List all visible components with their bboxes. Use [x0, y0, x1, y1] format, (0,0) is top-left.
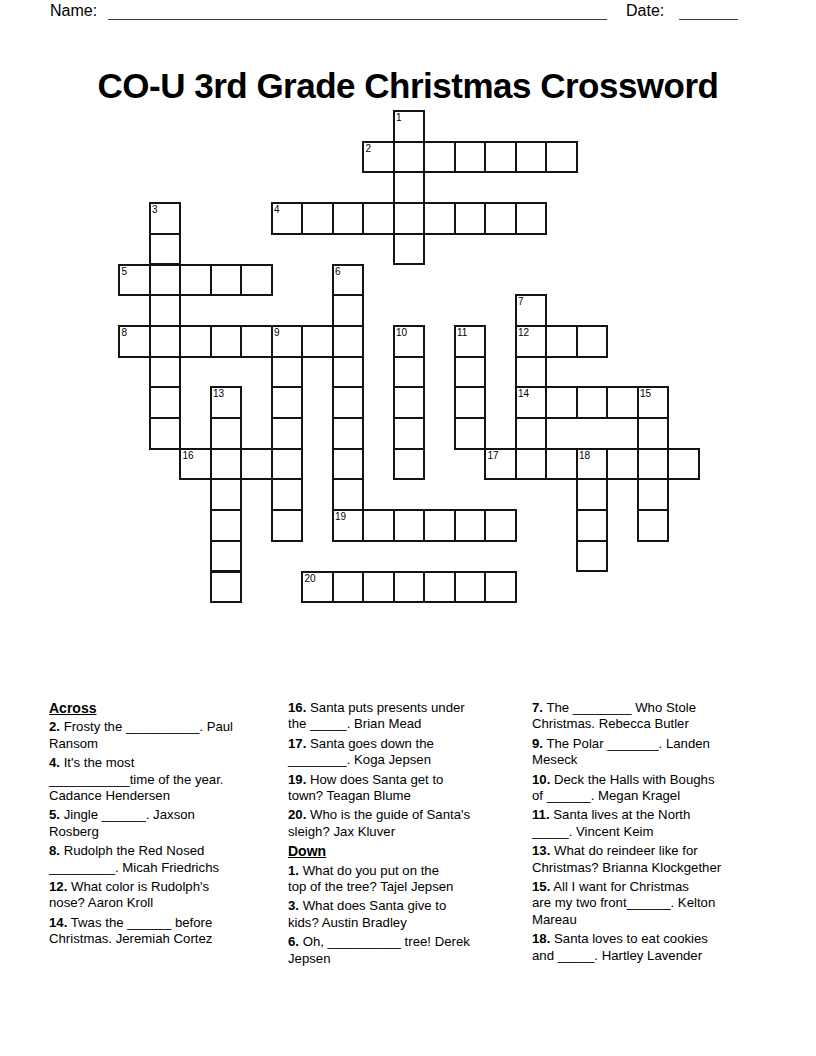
grid-cell-r3-c7[interactable]	[332, 202, 365, 235]
grid-cell-r10-c13[interactable]	[515, 417, 548, 450]
grid-cell-r13-c7[interactable]: 19	[332, 509, 365, 542]
grid-cell-r10-c1[interactable]	[149, 417, 182, 450]
grid-cell-r8-c5[interactable]	[271, 356, 304, 389]
grid-cell-r7-c6[interactable]	[301, 325, 334, 358]
grid-cell-r1-c8[interactable]: 2	[362, 141, 395, 174]
grid-cell-r8-c13[interactable]	[515, 356, 548, 389]
clue-9-down: 9. The Polar _______. Landen Meseck	[532, 736, 770, 769]
grid-cell-r3-c1[interactable]: 3	[149, 202, 182, 235]
grid-cell-r9-c13[interactable]: 14	[515, 386, 548, 419]
grid-cell-r15-c6[interactable]: 20	[301, 571, 334, 604]
clue-number-12: 12	[518, 327, 529, 338]
clue-7-down: 7. The ________ Who Stole Christmas. Reb…	[532, 700, 770, 733]
grid-cell-r7-c13[interactable]: 12	[515, 325, 548, 358]
grid-cell-r13-c8[interactable]	[362, 509, 395, 542]
grid-cell-r14-c15[interactable]	[576, 540, 609, 573]
date-input-line[interactable]	[679, 2, 738, 20]
clue-5-across: 5. Jingle ______. Jaxson Rosberg	[49, 807, 279, 840]
grid-cell-r9-c9[interactable]	[393, 386, 426, 419]
clue-number-3: 3	[152, 204, 158, 215]
grid-cell-r13-c11[interactable]	[454, 509, 487, 542]
clue-column-1: Across2. Frosty the __________. Paul Ran…	[49, 700, 279, 951]
clue-number-6: 6	[335, 266, 341, 277]
grid-cell-r7-c1[interactable]	[149, 325, 182, 358]
grid-cell-r12-c7[interactable]	[332, 478, 365, 511]
grid-cell-r12-c15[interactable]	[576, 478, 609, 511]
grid-cell-r1-c11[interactable]	[454, 141, 487, 174]
grid-cell-r10-c7[interactable]	[332, 417, 365, 450]
grid-cell-r9-c1[interactable]	[149, 386, 182, 419]
grid-cell-r12-c17[interactable]	[637, 478, 670, 511]
grid-cell-r5-c0[interactable]: 5	[118, 264, 151, 297]
clue-14-across: 14. Twas the ______ before Christmas. Je…	[49, 915, 279, 948]
clue-number-2: 2	[366, 143, 372, 154]
clue-8-across: 8. Rudolph the Red Nosed _________. Mica…	[49, 843, 279, 876]
clue-column-3: 7. The ________ Who Stole Christmas. Reb…	[532, 700, 770, 967]
clue-number-16: 16	[183, 450, 194, 461]
clue-number-20: 20	[305, 573, 316, 584]
page-title: CO-U 3rd Grade Christmas Crossword	[0, 65, 816, 107]
grid-cell-r10-c17[interactable]	[637, 417, 670, 450]
clue-16-across: 16. Santa puts presents under the _____.…	[288, 700, 526, 733]
grid-cell-r14-c3[interactable]	[210, 540, 243, 573]
grid-cell-r4-c9[interactable]	[393, 233, 426, 266]
clue-number-14: 14	[518, 388, 529, 399]
grid-cell-r5-c2[interactable]	[179, 264, 212, 297]
clue-number-13: 13	[213, 388, 224, 399]
grid-cell-r11-c7[interactable]	[332, 448, 365, 481]
grid-cell-r15-c7[interactable]	[332, 571, 365, 604]
grid-cell-r15-c3[interactable]	[210, 571, 243, 604]
grid-cell-r2-c9[interactable]	[393, 171, 426, 204]
grid-cell-r1-c9[interactable]	[393, 141, 426, 174]
grid-cell-r8-c9[interactable]	[393, 356, 426, 389]
clue-number-8: 8	[122, 327, 128, 338]
clue-number-18: 18	[579, 450, 590, 461]
clue-18-down: 18. Santa loves to eat cookies and _____…	[532, 931, 770, 964]
grid-cell-r0-c9[interactable]: 1	[393, 110, 426, 143]
grid-cell-r11-c9[interactable]	[393, 448, 426, 481]
grid-cell-r7-c3[interactable]	[210, 325, 243, 358]
grid-cell-r15-c10[interactable]	[423, 571, 456, 604]
grid-cell-r11-c3[interactable]	[210, 448, 243, 481]
grid-cell-r11-c4[interactable]	[240, 448, 273, 481]
grid-cell-r15-c12[interactable]	[484, 571, 517, 604]
grid-cell-r15-c11[interactable]	[454, 571, 487, 604]
grid-cell-r13-c17[interactable]	[637, 509, 670, 542]
grid-cell-r9-c3[interactable]: 13	[210, 386, 243, 419]
grid-cell-r5-c1[interactable]	[149, 264, 182, 297]
grid-cell-r13-c3[interactable]	[210, 509, 243, 542]
grid-cell-r11-c15[interactable]: 18	[576, 448, 609, 481]
grid-cell-r7-c5[interactable]: 9	[271, 325, 304, 358]
grid-cell-r11-c5[interactable]	[271, 448, 304, 481]
grid-cell-r11-c2[interactable]: 16	[179, 448, 212, 481]
grid-cell-r7-c15[interactable]	[576, 325, 609, 358]
grid-cell-r11-c12[interactable]: 17	[484, 448, 517, 481]
clue-10-down: 10. Deck the Halls with Boughs of ______…	[532, 772, 770, 805]
clue-12-across: 12. What color is Rudolph's nose? Aaron …	[49, 879, 279, 912]
clue-19-across: 19. How does Santa get to town? Teagan B…	[288, 772, 526, 805]
down-heading: Down	[288, 843, 526, 859]
clue-1-down: 1. What do you put on the top of the tre…	[288, 863, 526, 896]
grid-cell-r1-c13[interactable]	[515, 141, 548, 174]
clue-3-down: 3. What does Santa give to kids? Austin …	[288, 898, 526, 931]
clue-4-across: 4. It's the most ___________time of the …	[49, 755, 279, 804]
clue-17-across: 17. Santa goes down the ________. Koga J…	[288, 736, 526, 769]
clue-2-across: 2. Frosty the __________. Paul Ransom	[49, 719, 279, 752]
crossword-grid: 1234567891011121314151617181920	[118, 110, 702, 606]
grid-cell-r11-c16[interactable]	[606, 448, 639, 481]
grid-cell-r3-c11[interactable]	[454, 202, 487, 235]
date-label: Date:	[626, 2, 664, 20]
grid-cell-r1-c10[interactable]	[423, 141, 456, 174]
grid-cell-r3-c6[interactable]	[301, 202, 334, 235]
grid-cell-r9-c14[interactable]	[545, 386, 578, 419]
grid-cell-r7-c9[interactable]: 10	[393, 325, 426, 358]
grid-cell-r11-c17[interactable]	[637, 448, 670, 481]
grid-cell-r9-c16[interactable]	[606, 386, 639, 419]
clue-number-11: 11	[457, 327, 467, 338]
grid-cell-r10-c3[interactable]	[210, 417, 243, 450]
grid-cell-r10-c5[interactable]	[271, 417, 304, 450]
grid-cell-r8-c1[interactable]	[149, 356, 182, 389]
grid-cell-r9-c17[interactable]: 15	[637, 386, 670, 419]
grid-cell-r7-c0[interactable]: 8	[118, 325, 151, 358]
grid-cell-r13-c5[interactable]	[271, 509, 304, 542]
clue-number-19: 19	[335, 511, 346, 522]
clue-number-7: 7	[518, 296, 524, 307]
clue-number-1: 1	[396, 112, 402, 123]
clue-number-17: 17	[488, 450, 499, 461]
grid-cell-r13-c9[interactable]	[393, 509, 426, 542]
grid-cell-r8-c11[interactable]	[454, 356, 487, 389]
clue-number-5: 5	[122, 266, 128, 277]
grid-cell-r11-c18[interactable]	[667, 448, 700, 481]
grid-cell-r11-c13[interactable]	[515, 448, 548, 481]
grid-cell-r3-c9[interactable]	[393, 202, 426, 235]
clue-20-across: 20. Who is the guide of Santa's sleigh? …	[288, 807, 526, 840]
grid-cell-r15-c8[interactable]	[362, 571, 395, 604]
grid-cell-r12-c5[interactable]	[271, 478, 304, 511]
grid-cell-r1-c14[interactable]	[545, 141, 578, 174]
grid-cell-r6-c7[interactable]	[332, 294, 365, 327]
grid-cell-r11-c14[interactable]	[545, 448, 578, 481]
grid-cell-r15-c9[interactable]	[393, 571, 426, 604]
grid-cell-r3-c13[interactable]	[515, 202, 548, 235]
clue-6-down: 6. Oh, __________ tree! Derek Jepsen	[288, 934, 526, 967]
clue-number-9: 9	[274, 327, 280, 338]
name-label: Name:	[50, 2, 97, 20]
grid-cell-r12-c3[interactable]	[210, 478, 243, 511]
clue-number-10: 10	[396, 327, 407, 338]
grid-cell-r3-c5[interactable]: 4	[271, 202, 304, 235]
grid-cell-r10-c9[interactable]	[393, 417, 426, 450]
grid-cell-r13-c12[interactable]	[484, 509, 517, 542]
grid-cell-r1-c12[interactable]	[484, 141, 517, 174]
clue-column-2: 16. Santa puts presents under the _____.…	[288, 700, 526, 970]
name-input-line[interactable]	[108, 2, 607, 20]
grid-cell-r9-c5[interactable]	[271, 386, 304, 419]
across-heading: Across	[49, 700, 279, 716]
grid-cell-r13-c10[interactable]	[423, 509, 456, 542]
clue-number-4: 4	[274, 204, 280, 215]
clue-15-down: 15. All I want for Christmas are my two …	[532, 879, 770, 928]
grid-cell-r5-c3[interactable]	[210, 264, 243, 297]
grid-cell-r5-c4[interactable]	[240, 264, 273, 297]
grid-cell-r7-c14[interactable]	[545, 325, 578, 358]
grid-cell-r6-c1[interactable]	[149, 294, 182, 327]
grid-cell-r7-c4[interactable]	[240, 325, 273, 358]
grid-cell-r10-c11[interactable]	[454, 417, 487, 450]
grid-cell-r9-c11[interactable]	[454, 386, 487, 419]
grid-cell-r5-c7[interactable]: 6	[332, 264, 365, 297]
clue-number-15: 15	[640, 388, 651, 399]
grid-cell-r6-c13[interactable]: 7	[515, 294, 548, 327]
clue-13-down: 13. What do reindeer like for Christmas?…	[532, 843, 770, 876]
grid-cell-r8-c7[interactable]	[332, 356, 365, 389]
grid-cell-r4-c1[interactable]	[149, 233, 182, 266]
grid-cell-r7-c2[interactable]	[179, 325, 212, 358]
grid-cell-r3-c8[interactable]	[362, 202, 395, 235]
grid-cell-r7-c11[interactable]: 11	[454, 325, 487, 358]
clue-11-down: 11. Santa lives at the North _____. Vinc…	[532, 807, 770, 840]
grid-cell-r9-c7[interactable]	[332, 386, 365, 419]
grid-cell-r3-c12[interactable]	[484, 202, 517, 235]
grid-cell-r9-c15[interactable]	[576, 386, 609, 419]
grid-cell-r13-c15[interactable]	[576, 509, 609, 542]
grid-cell-r7-c7[interactable]	[332, 325, 365, 358]
grid-cell-r3-c10[interactable]	[423, 202, 456, 235]
